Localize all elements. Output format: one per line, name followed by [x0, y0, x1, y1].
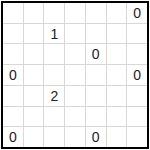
cell-r2c3[interactable]: 1	[44, 24, 64, 44]
cell-r3c7[interactable]	[127, 44, 147, 64]
clue-number: 1	[50, 27, 58, 41]
cell-r5c7[interactable]	[127, 86, 147, 106]
cell-r3c2[interactable]	[24, 44, 44, 64]
cell-r4c6[interactable]	[107, 65, 127, 85]
cell-r1c1[interactable]	[3, 3, 23, 23]
cell-r2c7[interactable]	[127, 24, 147, 44]
cell-r5c3[interactable]: 2	[44, 86, 64, 106]
cell-r1c2[interactable]	[24, 3, 44, 23]
cell-r7c3[interactable]	[44, 127, 64, 147]
cell-r3c1[interactable]	[3, 44, 23, 64]
cell-r4c4[interactable]	[65, 65, 85, 85]
cell-r4c5[interactable]	[86, 65, 106, 85]
puzzle-board: 01000200	[1, 1, 149, 149]
clue-number: 0	[133, 6, 141, 20]
cell-r5c5[interactable]	[86, 86, 106, 106]
cell-r6c7[interactable]	[127, 107, 147, 127]
cell-r1c3[interactable]	[44, 3, 64, 23]
clue-number: 0	[92, 130, 100, 144]
clue-number: 0	[9, 68, 17, 82]
clue-number: 0	[9, 130, 17, 144]
cell-r2c4[interactable]	[65, 24, 85, 44]
cell-r3c4[interactable]	[65, 44, 85, 64]
cell-r4c7[interactable]: 0	[127, 65, 147, 85]
cell-r1c5[interactable]	[86, 3, 106, 23]
cell-r2c6[interactable]	[107, 24, 127, 44]
cell-r1c7[interactable]: 0	[127, 3, 147, 23]
cell-r2c5[interactable]	[86, 24, 106, 44]
cell-r4c2[interactable]	[24, 65, 44, 85]
puzzle-board-wrapper: 01000200	[0, 0, 150, 150]
cell-r6c3[interactable]	[44, 107, 64, 127]
cell-r6c4[interactable]	[65, 107, 85, 127]
cell-r5c4[interactable]	[65, 86, 85, 106]
clue-number: 0	[92, 47, 100, 61]
cell-r7c7[interactable]	[127, 127, 147, 147]
cell-r7c5[interactable]: 0	[86, 127, 106, 147]
cell-r3c6[interactable]	[107, 44, 127, 64]
cell-r7c2[interactable]	[24, 127, 44, 147]
cell-r7c1[interactable]: 0	[3, 127, 23, 147]
cell-r5c6[interactable]	[107, 86, 127, 106]
cell-r6c5[interactable]	[86, 107, 106, 127]
cell-r7c6[interactable]	[107, 127, 127, 147]
cell-r7c4[interactable]	[65, 127, 85, 147]
cell-r4c1[interactable]: 0	[3, 65, 23, 85]
clue-number: 2	[50, 89, 58, 103]
cell-r1c4[interactable]	[65, 3, 85, 23]
cell-r3c3[interactable]	[44, 44, 64, 64]
clue-number: 0	[133, 68, 141, 82]
cell-r6c1[interactable]	[3, 107, 23, 127]
cell-r5c1[interactable]	[3, 86, 23, 106]
cell-r6c6[interactable]	[107, 107, 127, 127]
cell-r2c1[interactable]	[3, 24, 23, 44]
cell-r1c6[interactable]	[107, 3, 127, 23]
cell-r4c3[interactable]	[44, 65, 64, 85]
cell-r5c2[interactable]	[24, 86, 44, 106]
cell-r3c5[interactable]: 0	[86, 44, 106, 64]
cell-r2c2[interactable]	[24, 24, 44, 44]
cell-r6c2[interactable]	[24, 107, 44, 127]
